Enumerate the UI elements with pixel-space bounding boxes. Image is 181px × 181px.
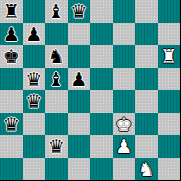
square-c2[interactable]: ♛	[45, 135, 68, 158]
square-h8[interactable]	[158, 0, 181, 23]
square-b2[interactable]	[23, 135, 46, 158]
square-a3[interactable]: ♛	[0, 113, 23, 136]
black-bishop-c5[interactable]: ♝	[48, 68, 65, 91]
square-c4[interactable]	[45, 90, 68, 113]
square-d6[interactable]	[68, 45, 91, 68]
square-a6[interactable]: ♚	[0, 45, 23, 68]
black-pawn-a7[interactable]: ♟	[3, 23, 20, 46]
square-c6[interactable]: ♞	[45, 45, 68, 68]
black-queen-b4[interactable]: ♛	[25, 90, 42, 113]
white-knight-g1[interactable]: ♞	[138, 158, 155, 181]
black-queen-d8[interactable]: ♛	[70, 0, 87, 23]
black-knight-c6[interactable]: ♞	[48, 45, 65, 68]
square-f2[interactable]: ♟	[113, 135, 136, 158]
square-b5[interactable]: ♛	[23, 68, 46, 91]
square-g2[interactable]	[135, 135, 158, 158]
square-f4[interactable]	[113, 90, 136, 113]
square-d2[interactable]	[68, 135, 91, 158]
black-bishop-c8[interactable]: ♝	[48, 0, 65, 23]
square-f1[interactable]	[113, 158, 136, 181]
square-e7[interactable]	[90, 23, 113, 46]
square-h3[interactable]	[158, 113, 181, 136]
square-f5[interactable]	[113, 68, 136, 91]
black-queen-c2[interactable]: ♛	[48, 135, 65, 158]
square-b4[interactable]: ♛	[23, 90, 46, 113]
square-a8[interactable]: ♜	[0, 0, 23, 23]
white-king-f3[interactable]: ♚	[115, 113, 132, 136]
square-e4[interactable]	[90, 90, 113, 113]
square-g6[interactable]	[135, 45, 158, 68]
black-queen-a3[interactable]: ♛	[3, 113, 20, 136]
square-g3[interactable]	[135, 113, 158, 136]
square-c5[interactable]: ♝	[45, 68, 68, 91]
square-d5[interactable]: ♟	[68, 68, 91, 91]
square-g7[interactable]	[135, 23, 158, 46]
square-a2[interactable]	[0, 135, 23, 158]
square-d1[interactable]	[68, 158, 91, 181]
square-b8[interactable]	[23, 0, 46, 23]
black-queen-b5[interactable]: ♛	[25, 68, 42, 91]
square-d7[interactable]	[68, 23, 91, 46]
white-rook-h6[interactable]: ♜	[160, 45, 177, 68]
white-pawn-f2[interactable]: ♟	[115, 135, 132, 158]
square-c7[interactable]	[45, 23, 68, 46]
square-d3[interactable]	[68, 113, 91, 136]
black-pawn-b7[interactable]: ♟	[25, 23, 42, 46]
square-f8[interactable]	[113, 0, 136, 23]
square-b1[interactable]	[23, 158, 46, 181]
square-b6[interactable]	[23, 45, 46, 68]
square-a7[interactable]: ♟	[0, 23, 23, 46]
square-f3[interactable]: ♚	[113, 113, 136, 136]
square-h5[interactable]	[158, 68, 181, 91]
square-f6[interactable]	[113, 45, 136, 68]
square-c8[interactable]: ♝	[45, 0, 68, 23]
square-e5[interactable]	[90, 68, 113, 91]
square-g8[interactable]	[135, 0, 158, 23]
black-pawn-d5[interactable]: ♟	[70, 68, 87, 91]
square-b7[interactable]: ♟	[23, 23, 46, 46]
square-h6[interactable]: ♜	[158, 45, 181, 68]
square-d8[interactable]: ♛	[68, 0, 91, 23]
square-c1[interactable]	[45, 158, 68, 181]
black-rook-a8[interactable]: ♜	[3, 0, 20, 23]
square-e8[interactable]	[90, 0, 113, 23]
square-f7[interactable]	[113, 23, 136, 46]
square-b3[interactable]	[23, 113, 46, 136]
square-h4[interactable]	[158, 90, 181, 113]
chess-board: ♜♝♛♟♟♚♞♜♛♝♟♛♛♚♛♟♞	[0, 0, 180, 180]
square-a4[interactable]	[0, 90, 23, 113]
square-g5[interactable]	[135, 68, 158, 91]
square-h1[interactable]	[158, 158, 181, 181]
square-e3[interactable]	[90, 113, 113, 136]
square-e6[interactable]	[90, 45, 113, 68]
square-d4[interactable]	[68, 90, 91, 113]
square-e1[interactable]	[90, 158, 113, 181]
square-a5[interactable]	[0, 68, 23, 91]
square-g4[interactable]	[135, 90, 158, 113]
square-g1[interactable]: ♞	[135, 158, 158, 181]
black-king-a6[interactable]: ♚	[3, 45, 20, 68]
square-h7[interactable]	[158, 23, 181, 46]
square-h2[interactable]	[158, 135, 181, 158]
square-c3[interactable]	[45, 113, 68, 136]
square-a1[interactable]	[0, 158, 23, 181]
square-e2[interactable]	[90, 135, 113, 158]
